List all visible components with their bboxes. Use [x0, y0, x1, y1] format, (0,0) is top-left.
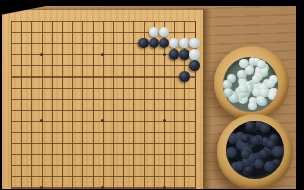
- white-stone-T16: [189, 49, 200, 60]
- white-stone-T17: [189, 38, 200, 49]
- bowl-stone: [268, 91, 277, 100]
- bowl-stone: [238, 84, 247, 93]
- bowl-stone: [254, 159, 264, 169]
- black-bowl-stones: [226, 121, 284, 179]
- bowl-stone: [272, 146, 283, 157]
- black-stone-S16: [179, 49, 190, 60]
- bowl-stone: [226, 147, 237, 158]
- bowl-stone: [248, 102, 257, 111]
- bowl-stone: [259, 149, 269, 159]
- bowl-stone: [258, 98, 266, 106]
- white-stone-S17: [179, 38, 190, 49]
- white-stone-bowl: [214, 46, 289, 120]
- black-stone-T15: [189, 60, 200, 71]
- star-point: [40, 53, 43, 56]
- bowl-stone: [251, 136, 260, 145]
- go-board[interactable]: [2, 9, 203, 190]
- bowl-stone: [239, 59, 248, 68]
- star-point: [163, 53, 166, 56]
- black-stone-S14: [179, 71, 190, 82]
- photo-frame: [0, 0, 304, 190]
- letterbox-left: [0, 0, 2, 190]
- letterbox-right: [296, 0, 304, 190]
- white-bowl-stones: [223, 57, 278, 112]
- bowl-stone: [260, 123, 269, 132]
- bowl-stone: [235, 161, 245, 171]
- black-stone-bowl: [217, 114, 293, 190]
- letterbox-bottom: [0, 189, 304, 190]
- board-edge-shadow: [203, 9, 212, 190]
- bowl-stone: [264, 161, 275, 172]
- black-stone-R16: [169, 49, 180, 60]
- letterbox-top: [0, 0, 304, 6]
- bowl-stone: [252, 75, 260, 83]
- bowl-stone: [266, 79, 275, 88]
- bowl-stone: [245, 121, 256, 132]
